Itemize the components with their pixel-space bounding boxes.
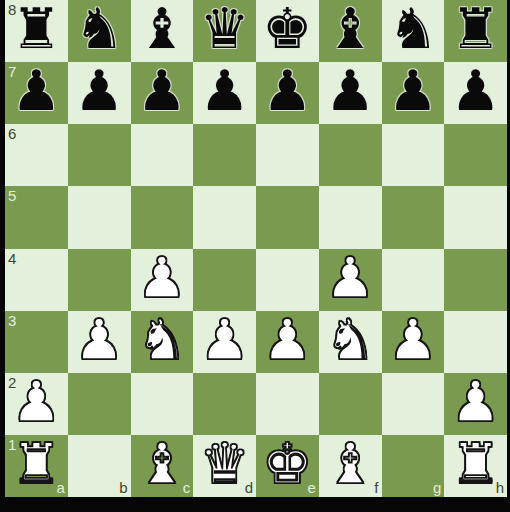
square-a3[interactable]: 3 <box>5 311 68 373</box>
square-a4[interactable]: 4 <box>5 249 68 311</box>
piece-white-rook[interactable]: ♜ <box>451 436 501 492</box>
rank-label-6: 6 <box>8 126 16 141</box>
rank-label-5: 5 <box>8 188 16 203</box>
piece-black-rook[interactable]: ♜ <box>451 1 501 57</box>
piece-black-pawn[interactable]: ♟ <box>388 63 438 119</box>
square-e5[interactable] <box>256 186 319 248</box>
square-b3[interactable]: ♟ <box>68 311 131 373</box>
piece-white-knight[interactable]: ♞ <box>325 312 375 368</box>
square-c6[interactable] <box>131 124 194 186</box>
piece-white-pawn[interactable]: ♟ <box>388 312 438 368</box>
square-c5[interactable] <box>131 186 194 248</box>
square-d1[interactable]: d♛ <box>193 435 256 497</box>
square-h3[interactable] <box>444 311 507 373</box>
piece-black-pawn[interactable]: ♟ <box>74 63 124 119</box>
file-label-g: g <box>433 480 441 495</box>
square-b6[interactable] <box>68 124 131 186</box>
square-e6[interactable] <box>256 124 319 186</box>
piece-black-pawn[interactable]: ♟ <box>262 63 312 119</box>
piece-black-bishop[interactable]: ♝ <box>137 1 187 57</box>
square-a7[interactable]: 7♟ <box>5 62 68 124</box>
square-c2[interactable] <box>131 373 194 435</box>
square-a6[interactable]: 6 <box>5 124 68 186</box>
piece-black-king[interactable]: ♚ <box>262 1 312 57</box>
piece-black-bishop[interactable]: ♝ <box>325 1 375 57</box>
square-h2[interactable]: ♟ <box>444 373 507 435</box>
square-a1[interactable]: 1a♜ <box>5 435 68 497</box>
square-d6[interactable] <box>193 124 256 186</box>
piece-black-pawn[interactable]: ♟ <box>200 63 250 119</box>
square-f2[interactable] <box>319 373 382 435</box>
square-e4[interactable] <box>256 249 319 311</box>
square-d5[interactable] <box>193 186 256 248</box>
square-e1[interactable]: e♚ <box>256 435 319 497</box>
piece-white-bishop[interactable]: ♝ <box>137 436 187 492</box>
square-b2[interactable] <box>68 373 131 435</box>
square-e3[interactable]: ♟ <box>256 311 319 373</box>
square-f4[interactable]: ♟ <box>319 249 382 311</box>
rank-label-4: 4 <box>8 251 16 266</box>
square-e7[interactable]: ♟ <box>256 62 319 124</box>
square-h4[interactable] <box>444 249 507 311</box>
square-b1[interactable]: b <box>68 435 131 497</box>
square-b5[interactable] <box>68 186 131 248</box>
square-d2[interactable] <box>193 373 256 435</box>
square-d3[interactable]: ♟ <box>193 311 256 373</box>
square-c8[interactable]: ♝ <box>131 0 194 62</box>
piece-white-king[interactable]: ♚ <box>262 436 312 492</box>
piece-black-rook[interactable]: ♜ <box>11 1 61 57</box>
square-h1[interactable]: h♜ <box>444 435 507 497</box>
square-g3[interactable]: ♟ <box>382 311 445 373</box>
square-b7[interactable]: ♟ <box>68 62 131 124</box>
square-a8[interactable]: 8♜ <box>5 0 68 62</box>
piece-black-queen[interactable]: ♛ <box>200 1 250 57</box>
piece-white-pawn[interactable]: ♟ <box>262 312 312 368</box>
piece-white-pawn[interactable]: ♟ <box>451 374 501 430</box>
piece-white-pawn[interactable]: ♟ <box>325 250 375 306</box>
square-c3[interactable]: ♞ <box>131 311 194 373</box>
square-h5[interactable] <box>444 186 507 248</box>
square-f3[interactable]: ♞ <box>319 311 382 373</box>
piece-black-pawn[interactable]: ♟ <box>325 63 375 119</box>
square-f7[interactable]: ♟ <box>319 62 382 124</box>
piece-white-queen[interactable]: ♛ <box>200 436 250 492</box>
square-g2[interactable] <box>382 373 445 435</box>
square-c7[interactable]: ♟ <box>131 62 194 124</box>
square-h7[interactable]: ♟ <box>444 62 507 124</box>
piece-black-knight[interactable]: ♞ <box>74 1 124 57</box>
square-a5[interactable]: 5 <box>5 186 68 248</box>
square-b4[interactable] <box>68 249 131 311</box>
square-c1[interactable]: c♝ <box>131 435 194 497</box>
square-b8[interactable]: ♞ <box>68 0 131 62</box>
square-c4[interactable]: ♟ <box>131 249 194 311</box>
piece-black-knight[interactable]: ♞ <box>388 1 438 57</box>
app-frame: 8♜♞♝♛♚♝♞♜7♟♟♟♟♟♟♟♟654♟♟3♟♞♟♟♞♟2♟♟1a♜bc♝d… <box>0 0 510 512</box>
square-g5[interactable] <box>382 186 445 248</box>
square-f8[interactable]: ♝ <box>319 0 382 62</box>
square-f5[interactable] <box>319 186 382 248</box>
square-g8[interactable]: ♞ <box>382 0 445 62</box>
square-f1[interactable]: f♝ <box>319 435 382 497</box>
square-e2[interactable] <box>256 373 319 435</box>
square-g6[interactable] <box>382 124 445 186</box>
piece-white-pawn[interactable]: ♟ <box>137 250 187 306</box>
square-d8[interactable]: ♛ <box>193 0 256 62</box>
square-g1[interactable]: g <box>382 435 445 497</box>
piece-white-rook[interactable]: ♜ <box>11 436 61 492</box>
piece-black-pawn[interactable]: ♟ <box>137 63 187 119</box>
rank-label-3: 3 <box>8 313 16 328</box>
chess-board: 8♜♞♝♛♚♝♞♜7♟♟♟♟♟♟♟♟654♟♟3♟♞♟♟♞♟2♟♟1a♜bc♝d… <box>5 0 507 497</box>
square-h8[interactable]: ♜ <box>444 0 507 62</box>
piece-white-pawn[interactable]: ♟ <box>11 374 61 430</box>
square-e8[interactable]: ♚ <box>256 0 319 62</box>
piece-white-pawn[interactable]: ♟ <box>74 312 124 368</box>
piece-white-bishop[interactable]: ♝ <box>325 436 375 492</box>
square-a2[interactable]: 2♟ <box>5 373 68 435</box>
piece-white-pawn[interactable]: ♟ <box>200 312 250 368</box>
file-label-b: b <box>119 480 127 495</box>
square-d7[interactable]: ♟ <box>193 62 256 124</box>
square-g4[interactable] <box>382 249 445 311</box>
piece-white-knight[interactable]: ♞ <box>137 312 187 368</box>
square-g7[interactable]: ♟ <box>382 62 445 124</box>
square-h6[interactable] <box>444 124 507 186</box>
piece-black-pawn[interactable]: ♟ <box>11 63 61 119</box>
piece-black-pawn[interactable]: ♟ <box>451 63 501 119</box>
square-f6[interactable] <box>319 124 382 186</box>
square-d4[interactable] <box>193 249 256 311</box>
